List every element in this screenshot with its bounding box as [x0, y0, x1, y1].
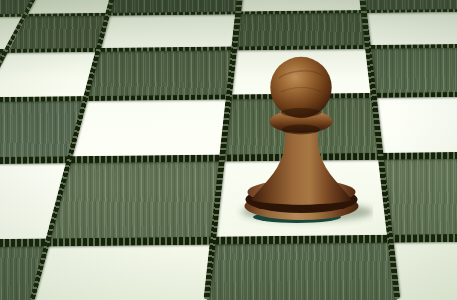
chessboard-photo: [0, 0, 457, 300]
board-column-seam: [29, 0, 114, 300]
board-column-seam: [0, 0, 37, 300]
black-pawn: [233, 48, 373, 230]
board-seams-layer: [0, 0, 457, 300]
board-row-seam: [0, 8, 457, 16]
board-row-seam: [0, 44, 457, 53]
